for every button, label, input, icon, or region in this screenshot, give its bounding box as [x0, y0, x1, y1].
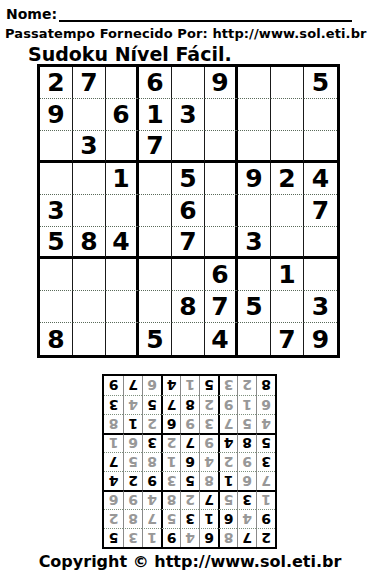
cell-r4c1[interactable]: [40, 163, 73, 195]
cell-r6c2[interactable]: 8: [73, 227, 106, 259]
cell-r3c4[interactable]: 7: [139, 131, 172, 163]
cell-r4c7[interactable]: 9: [238, 163, 271, 195]
cell-r5c4[interactable]: [139, 195, 172, 227]
solution-cell-r5c7: 8: [142, 452, 161, 471]
cell-r4c9[interactable]: 4: [304, 163, 337, 195]
solution-cell-r9c4: 5: [199, 376, 218, 395]
solution-cell-r9c1: 8: [256, 376, 275, 395]
solution-cell-r6c2: 8: [237, 433, 256, 452]
cell-r2c5[interactable]: 3: [172, 99, 205, 131]
cell-r5c6[interactable]: [205, 195, 238, 227]
cell-r9c7[interactable]: [238, 323, 271, 355]
solution-cell-r1c4: 6: [199, 528, 218, 547]
solution-cell-r1c3: 8: [218, 528, 237, 547]
cell-r6c1[interactable]: 5: [40, 227, 73, 259]
solution-cell-r6c5: 7: [180, 433, 199, 452]
cell-r9c2[interactable]: [73, 323, 106, 355]
cell-r3c9[interactable]: [304, 131, 337, 163]
cell-r9c5[interactable]: [172, 323, 205, 355]
solution-cell-r5c8: 5: [123, 452, 142, 471]
cell-r5c3[interactable]: [106, 195, 139, 227]
cell-r1c3[interactable]: [106, 67, 139, 99]
cell-r9c4[interactable]: 5: [139, 323, 172, 355]
cell-r1c4[interactable]: 6: [139, 67, 172, 99]
cell-r1c9[interactable]: 5: [304, 67, 337, 99]
provider-line: Passatempo Fornecido Por: http://www.sol…: [0, 22, 380, 41]
cell-r4c3[interactable]: 1: [106, 163, 139, 195]
cell-r2c7[interactable]: [238, 99, 271, 131]
cell-r1c8[interactable]: [271, 67, 304, 99]
solution-cell-r9c9: 9: [104, 376, 123, 395]
cell-r2c3[interactable]: 6: [106, 99, 139, 131]
solution-cell-r2c4: 1: [199, 509, 218, 528]
solution-cell-r3c5: 2: [180, 490, 199, 509]
cell-r8c3[interactable]: [106, 291, 139, 323]
solution-cell-r6c9: 1: [104, 433, 123, 452]
cell-r5c1[interactable]: 3: [40, 195, 73, 227]
solution-cell-r3c9: 6: [104, 490, 123, 509]
solution-cell-r8c3: 9: [218, 395, 237, 414]
cell-r8c2[interactable]: [73, 291, 106, 323]
solution-cell-r4c7: 9: [142, 471, 161, 490]
solution-cell-r8c7: 5: [142, 395, 161, 414]
solution-cell-r1c9: 5: [104, 528, 123, 547]
solution-cell-r1c7: 1: [142, 528, 161, 547]
solution-cell-r7c8: 1: [123, 414, 142, 433]
cell-r6c6[interactable]: [205, 227, 238, 259]
solution-cell-r7c9: 8: [104, 414, 123, 433]
solution-cell-r1c1: 2: [256, 528, 275, 547]
solution-cell-r3c1: 1: [256, 490, 275, 509]
name-label: Nome:: [6, 6, 57, 22]
cell-r5c5[interactable]: 6: [172, 195, 205, 227]
solution-cell-r5c6: 1: [161, 452, 180, 471]
cell-r1c7[interactable]: [238, 67, 271, 99]
cell-r2c8[interactable]: [271, 99, 304, 131]
solution-cell-r3c2: 3: [237, 490, 256, 509]
cell-r2c4[interactable]: 1: [139, 99, 172, 131]
solution-cell-r7c7: 2: [142, 414, 161, 433]
solution-cell-r2c8: 8: [123, 509, 142, 528]
solution-cell-r9c5: 1: [180, 376, 199, 395]
cell-r1c2[interactable]: 7: [73, 67, 106, 99]
cell-r6c3[interactable]: 4: [106, 227, 139, 259]
cell-r4c2[interactable]: [73, 163, 106, 195]
solution-cell-r2c5: 3: [180, 509, 199, 528]
solution-cell-r6c4: 9: [199, 433, 218, 452]
solution-cell-r9c6: 4: [161, 376, 180, 395]
cell-r3c2[interactable]: 3: [73, 131, 106, 163]
solution-cell-r2c9: 2: [104, 509, 123, 528]
solution-cell-r8c1: 6: [256, 395, 275, 414]
cell-r5c8[interactable]: [271, 195, 304, 227]
solution-cell-r6c3: 4: [218, 433, 237, 452]
cell-r9c6[interactable]: 4: [205, 323, 238, 355]
cell-r3c6[interactable]: [205, 131, 238, 163]
name-row: Nome:: [0, 0, 380, 22]
solution-cell-r8c9: 3: [104, 395, 123, 414]
solution-cell-r9c8: 7: [123, 376, 142, 395]
solution-cell-r2c2: 4: [237, 509, 256, 528]
solution-cell-r9c2: 2: [237, 376, 256, 395]
cell-r8c5[interactable]: 8: [172, 291, 205, 323]
solution-cell-r4c6: 3: [161, 471, 180, 490]
solution-cell-r3c4: 7: [199, 490, 218, 509]
cell-r3c3[interactable]: [106, 131, 139, 163]
solution-board-rotated-180: 2786491359461357821357284967618539243924…: [102, 374, 277, 549]
puzzle-page: Nome: Passatempo Fornecido Por: http://w…: [0, 0, 380, 585]
solution-cell-r5c5: 6: [180, 452, 199, 471]
cell-r9c3[interactable]: [106, 323, 139, 355]
solution-cell-r2c1: 9: [256, 509, 275, 528]
cell-r5c9[interactable]: 7: [304, 195, 337, 227]
cell-r4c8[interactable]: 2: [271, 163, 304, 195]
cell-r7c9[interactable]: [304, 259, 337, 291]
sudoku-board: 27695961337159243675847361875385479: [37, 64, 340, 358]
solution-cell-r4c2: 6: [237, 471, 256, 490]
cell-r9c8[interactable]: 7: [271, 323, 304, 355]
solution-cell-r5c4: 4: [199, 452, 218, 471]
cell-r8c8[interactable]: [271, 291, 304, 323]
cell-r2c2[interactable]: [73, 99, 106, 131]
solution-cell-r7c6: 6: [161, 414, 180, 433]
cell-r7c3[interactable]: [106, 259, 139, 291]
solution-cell-r9c3: 3: [218, 376, 237, 395]
cell-r7c8[interactable]: 1: [271, 259, 304, 291]
cell-r4c4[interactable]: [139, 163, 172, 195]
cell-r8c4[interactable]: [139, 291, 172, 323]
cell-r8c7[interactable]: 5: [238, 291, 271, 323]
cell-r6c9[interactable]: [304, 227, 337, 259]
cell-r5c7[interactable]: [238, 195, 271, 227]
solution-cell-r8c2: 1: [237, 395, 256, 414]
solution-cell-r4c8: 2: [123, 471, 142, 490]
solution-cell-r1c5: 4: [180, 528, 199, 547]
cell-r4c5[interactable]: 5: [172, 163, 205, 195]
cell-r1c5[interactable]: [172, 67, 205, 99]
solution-cell-r2c3: 6: [218, 509, 237, 528]
solution-cell-r4c4: 8: [199, 471, 218, 490]
solution-cell-r6c7: 3: [142, 433, 161, 452]
solution-cell-r1c2: 7: [237, 528, 256, 547]
cell-r7c7[interactable]: [238, 259, 271, 291]
solution-cell-r8c8: 4: [123, 395, 142, 414]
solution-cell-r4c1: 7: [256, 471, 275, 490]
cell-r7c4[interactable]: [139, 259, 172, 291]
solution-cell-r7c5: 9: [180, 414, 199, 433]
cell-r8c9[interactable]: 3: [304, 291, 337, 323]
cell-r1c6[interactable]: 9: [205, 67, 238, 99]
solution-cell-r6c1: 5: [256, 433, 275, 452]
cell-r7c5[interactable]: [172, 259, 205, 291]
solution-cell-r7c3: 7: [218, 414, 237, 433]
cell-r7c2[interactable]: [73, 259, 106, 291]
solution-cell-r4c9: 4: [104, 471, 123, 490]
solution-cell-r8c5: 8: [180, 395, 199, 414]
solution-cell-r2c6: 5: [161, 509, 180, 528]
copyright-line: Copyright © http://www.sol.eti.br: [0, 552, 380, 571]
cell-r9c9[interactable]: 9: [304, 323, 337, 355]
solution-cell-r7c4: 3: [199, 414, 218, 433]
cell-r3c7[interactable]: [238, 131, 271, 163]
solution-cell-r5c9: 7: [104, 452, 123, 471]
cell-r4c6[interactable]: [205, 163, 238, 195]
cell-r6c4[interactable]: [139, 227, 172, 259]
solution-cell-r5c1: 3: [256, 452, 275, 471]
solution-cell-r4c3: 1: [218, 471, 237, 490]
solution-cell-r1c8: 3: [123, 528, 142, 547]
solution-cell-r8c4: 2: [199, 395, 218, 414]
solution-cell-r5c2: 9: [237, 452, 256, 471]
solution-cell-r4c5: 5: [180, 471, 199, 490]
cell-r2c6[interactable]: [205, 99, 238, 131]
solution-cell-r9c7: 6: [142, 376, 161, 395]
cell-r3c1[interactable]: [40, 131, 73, 163]
solution-cell-r6c8: 6: [123, 433, 142, 452]
cell-r2c1[interactable]: 9: [40, 99, 73, 131]
name-blank-line[interactable]: [59, 5, 352, 22]
page-title: Sudoku Nível Fácil.: [28, 43, 380, 65]
cell-r3c8[interactable]: [271, 131, 304, 163]
solution-cell-r5c3: 2: [218, 452, 237, 471]
cell-r6c8[interactable]: [271, 227, 304, 259]
cell-r2c9[interactable]: [304, 99, 337, 131]
solution-cell-r7c1: 4: [256, 414, 275, 433]
solution-cell-r1c6: 9: [161, 528, 180, 547]
solution-cell-r3c3: 5: [218, 490, 237, 509]
solution-cell-r3c8: 9: [123, 490, 142, 509]
cell-r7c1[interactable]: [40, 259, 73, 291]
solution-cell-r7c2: 5: [237, 414, 256, 433]
solution-cell-r6c6: 2: [161, 433, 180, 452]
solution-cell-r2c7: 7: [142, 509, 161, 528]
cell-r8c1[interactable]: [40, 291, 73, 323]
cell-r1c1[interactable]: 2: [40, 67, 73, 99]
cell-r5c2[interactable]: [73, 195, 106, 227]
cell-r6c7[interactable]: 3: [238, 227, 271, 259]
solution-cell-r3c6: 8: [161, 490, 180, 509]
cell-r6c5[interactable]: 7: [172, 227, 205, 259]
cell-r8c6[interactable]: 7: [205, 291, 238, 323]
solution-cell-r3c7: 4: [142, 490, 161, 509]
cell-r9c1[interactable]: 8: [40, 323, 73, 355]
solution-cell-r8c6: 7: [161, 395, 180, 414]
cell-r7c6[interactable]: 6: [205, 259, 238, 291]
cell-r3c5[interactable]: [172, 131, 205, 163]
